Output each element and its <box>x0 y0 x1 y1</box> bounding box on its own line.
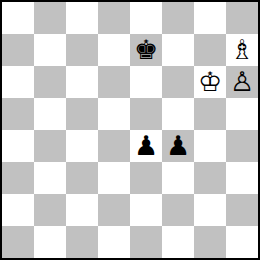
square-d2[interactable] <box>98 194 130 226</box>
square-b4[interactable] <box>34 130 66 162</box>
square-e2[interactable] <box>130 194 162 226</box>
chess-board: ♚♗♔♙♟♟ <box>0 0 260 260</box>
square-f4[interactable]: ♟ <box>162 130 194 162</box>
square-a3[interactable] <box>2 162 34 194</box>
square-e3[interactable] <box>130 162 162 194</box>
square-h5[interactable] <box>226 98 258 130</box>
square-f6[interactable] <box>162 66 194 98</box>
square-f8[interactable] <box>162 2 194 34</box>
square-c2[interactable] <box>66 194 98 226</box>
square-f2[interactable] <box>162 194 194 226</box>
square-d3[interactable] <box>98 162 130 194</box>
square-c4[interactable] <box>66 130 98 162</box>
square-h8[interactable] <box>226 2 258 34</box>
square-b5[interactable] <box>34 98 66 130</box>
square-g7[interactable] <box>194 34 226 66</box>
square-d7[interactable] <box>98 34 130 66</box>
square-a7[interactable] <box>2 34 34 66</box>
square-e8[interactable] <box>130 2 162 34</box>
square-c6[interactable] <box>66 66 98 98</box>
square-h3[interactable] <box>226 162 258 194</box>
square-f7[interactable] <box>162 34 194 66</box>
square-a1[interactable] <box>2 226 34 258</box>
white-bishop: ♗ <box>230 34 254 66</box>
white-pawn: ♙ <box>230 66 254 98</box>
black-king: ♚ <box>134 34 158 66</box>
square-f3[interactable] <box>162 162 194 194</box>
square-c3[interactable] <box>66 162 98 194</box>
square-e7[interactable]: ♚ <box>130 34 162 66</box>
square-e1[interactable] <box>130 226 162 258</box>
square-a6[interactable] <box>2 66 34 98</box>
square-b6[interactable] <box>34 66 66 98</box>
square-d8[interactable] <box>98 2 130 34</box>
square-b3[interactable] <box>34 162 66 194</box>
square-h2[interactable] <box>226 194 258 226</box>
square-a4[interactable] <box>2 130 34 162</box>
square-c5[interactable] <box>66 98 98 130</box>
square-h7[interactable]: ♗ <box>226 34 258 66</box>
square-f1[interactable] <box>162 226 194 258</box>
square-b1[interactable] <box>34 226 66 258</box>
square-h1[interactable] <box>226 226 258 258</box>
square-a8[interactable] <box>2 2 34 34</box>
square-h4[interactable] <box>226 130 258 162</box>
white-king: ♔ <box>198 66 222 98</box>
square-c7[interactable] <box>66 34 98 66</box>
square-d1[interactable] <box>98 226 130 258</box>
black-pawn: ♟ <box>166 130 190 162</box>
square-g2[interactable] <box>194 194 226 226</box>
square-d4[interactable] <box>98 130 130 162</box>
square-c1[interactable] <box>66 226 98 258</box>
square-g5[interactable] <box>194 98 226 130</box>
square-f5[interactable] <box>162 98 194 130</box>
square-c8[interactable] <box>66 2 98 34</box>
square-b2[interactable] <box>34 194 66 226</box>
square-e5[interactable] <box>130 98 162 130</box>
square-e4[interactable]: ♟ <box>130 130 162 162</box>
square-a2[interactable] <box>2 194 34 226</box>
square-a5[interactable] <box>2 98 34 130</box>
square-g3[interactable] <box>194 162 226 194</box>
black-pawn: ♟ <box>134 130 158 162</box>
square-g1[interactable] <box>194 226 226 258</box>
square-b8[interactable] <box>34 2 66 34</box>
square-g8[interactable] <box>194 2 226 34</box>
square-d5[interactable] <box>98 98 130 130</box>
square-g6[interactable]: ♔ <box>194 66 226 98</box>
square-e6[interactable] <box>130 66 162 98</box>
square-d6[interactable] <box>98 66 130 98</box>
square-h6[interactable]: ♙ <box>226 66 258 98</box>
square-b7[interactable] <box>34 34 66 66</box>
square-g4[interactable] <box>194 130 226 162</box>
